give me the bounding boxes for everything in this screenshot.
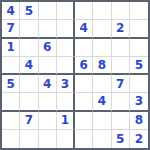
cell-r8c2[interactable] bbox=[20, 130, 38, 148]
cell-r5c6[interactable] bbox=[93, 75, 111, 93]
cell-r5c4[interactable]: 3 bbox=[57, 75, 75, 93]
cell-r3c6[interactable] bbox=[93, 39, 111, 57]
cell-r5c3[interactable]: 4 bbox=[39, 75, 57, 93]
cell-r1c4[interactable] bbox=[57, 2, 75, 20]
cell-r7c1[interactable] bbox=[2, 112, 20, 130]
cell-r5c5[interactable] bbox=[75, 75, 93, 93]
cell-r7c8[interactable]: 8 bbox=[130, 112, 148, 130]
cell-r8c5[interactable] bbox=[75, 130, 93, 148]
cell-r2c3[interactable] bbox=[39, 20, 57, 38]
digit: 4 bbox=[98, 95, 106, 107]
digit: 8 bbox=[98, 59, 106, 71]
cell-r3c1[interactable]: 1 bbox=[2, 39, 20, 57]
digit: 5 bbox=[135, 59, 143, 71]
digit: 2 bbox=[135, 133, 143, 145]
cell-r3c3[interactable]: 6 bbox=[39, 39, 57, 57]
digit: 4 bbox=[79, 22, 87, 34]
cell-r6c1[interactable] bbox=[2, 93, 20, 111]
digit: 7 bbox=[116, 78, 124, 90]
digit: 8 bbox=[135, 114, 143, 126]
cell-r1c1[interactable]: 4 bbox=[2, 2, 20, 20]
cell-r3c7[interactable] bbox=[112, 39, 130, 57]
digit: 1 bbox=[61, 114, 69, 126]
cell-r1c3[interactable] bbox=[39, 2, 57, 20]
cell-r1c2[interactable]: 5 bbox=[20, 2, 38, 20]
digit: 6 bbox=[79, 59, 87, 71]
cell-r4c3[interactable] bbox=[39, 57, 57, 75]
digit: 7 bbox=[25, 114, 33, 126]
cell-r1c8[interactable] bbox=[130, 2, 148, 20]
digit: 2 bbox=[116, 22, 124, 34]
cell-r6c8[interactable]: 3 bbox=[130, 93, 148, 111]
cell-r7c5[interactable] bbox=[75, 112, 93, 130]
digit: 7 bbox=[6, 22, 14, 34]
cell-r1c5[interactable] bbox=[75, 2, 93, 20]
cell-r2c5[interactable]: 4 bbox=[75, 20, 93, 38]
sudoku-board: 4574216468554374371852 bbox=[0, 0, 150, 150]
digit: 1 bbox=[6, 41, 14, 53]
cell-r5c8[interactable] bbox=[130, 75, 148, 93]
digit: 3 bbox=[61, 78, 69, 90]
cell-r8c3[interactable] bbox=[39, 130, 57, 148]
cell-r6c2[interactable] bbox=[20, 93, 38, 111]
cell-r7c4[interactable]: 1 bbox=[57, 112, 75, 130]
cell-r6c3[interactable] bbox=[39, 93, 57, 111]
cell-r3c2[interactable] bbox=[20, 39, 38, 57]
cell-r8c8[interactable]: 2 bbox=[130, 130, 148, 148]
cell-r7c6[interactable] bbox=[93, 112, 111, 130]
cell-r2c7[interactable]: 2 bbox=[112, 20, 130, 38]
cell-r4c5[interactable]: 6 bbox=[75, 57, 93, 75]
cell-r7c7[interactable] bbox=[112, 112, 130, 130]
digit: 4 bbox=[6, 5, 14, 17]
cell-r8c1[interactable] bbox=[2, 130, 20, 148]
cell-r3c4[interactable] bbox=[57, 39, 75, 57]
cell-r4c1[interactable] bbox=[2, 57, 20, 75]
cell-r2c4[interactable] bbox=[57, 20, 75, 38]
cell-r2c2[interactable] bbox=[20, 20, 38, 38]
cell-r5c2[interactable] bbox=[20, 75, 38, 93]
digit: 5 bbox=[25, 5, 33, 17]
sudoku-app: 4574216468554374371852 bbox=[0, 0, 150, 150]
cell-r4c8[interactable]: 5 bbox=[130, 57, 148, 75]
cell-r6c7[interactable] bbox=[112, 93, 130, 111]
digit: 4 bbox=[25, 59, 33, 71]
cell-r6c6[interactable]: 4 bbox=[93, 93, 111, 111]
cell-r4c6[interactable]: 8 bbox=[93, 57, 111, 75]
cell-r8c7[interactable]: 5 bbox=[112, 130, 130, 148]
digit: 5 bbox=[6, 78, 14, 90]
cell-r3c8[interactable] bbox=[130, 39, 148, 57]
cell-r1c6[interactable] bbox=[93, 2, 111, 20]
cell-r2c8[interactable] bbox=[130, 20, 148, 38]
digit: 5 bbox=[116, 133, 124, 145]
digit: 6 bbox=[43, 41, 51, 53]
cell-r3c5[interactable] bbox=[75, 39, 93, 57]
cell-r5c7[interactable]: 7 bbox=[112, 75, 130, 93]
cell-r4c4[interactable] bbox=[57, 57, 75, 75]
cell-r8c6[interactable] bbox=[93, 130, 111, 148]
cell-r7c2[interactable]: 7 bbox=[20, 112, 38, 130]
cell-r2c1[interactable]: 7 bbox=[2, 20, 20, 38]
cell-r8c4[interactable] bbox=[57, 130, 75, 148]
digit: 4 bbox=[43, 78, 51, 90]
digit: 3 bbox=[135, 95, 143, 107]
cell-r4c7[interactable] bbox=[112, 57, 130, 75]
cell-r5c1[interactable]: 5 bbox=[2, 75, 20, 93]
cell-r1c7[interactable] bbox=[112, 2, 130, 20]
cell-r2c6[interactable] bbox=[93, 20, 111, 38]
cell-r6c4[interactable] bbox=[57, 93, 75, 111]
cell-r4c2[interactable]: 4 bbox=[20, 57, 38, 75]
cell-r7c3[interactable] bbox=[39, 112, 57, 130]
cell-r6c5[interactable] bbox=[75, 93, 93, 111]
